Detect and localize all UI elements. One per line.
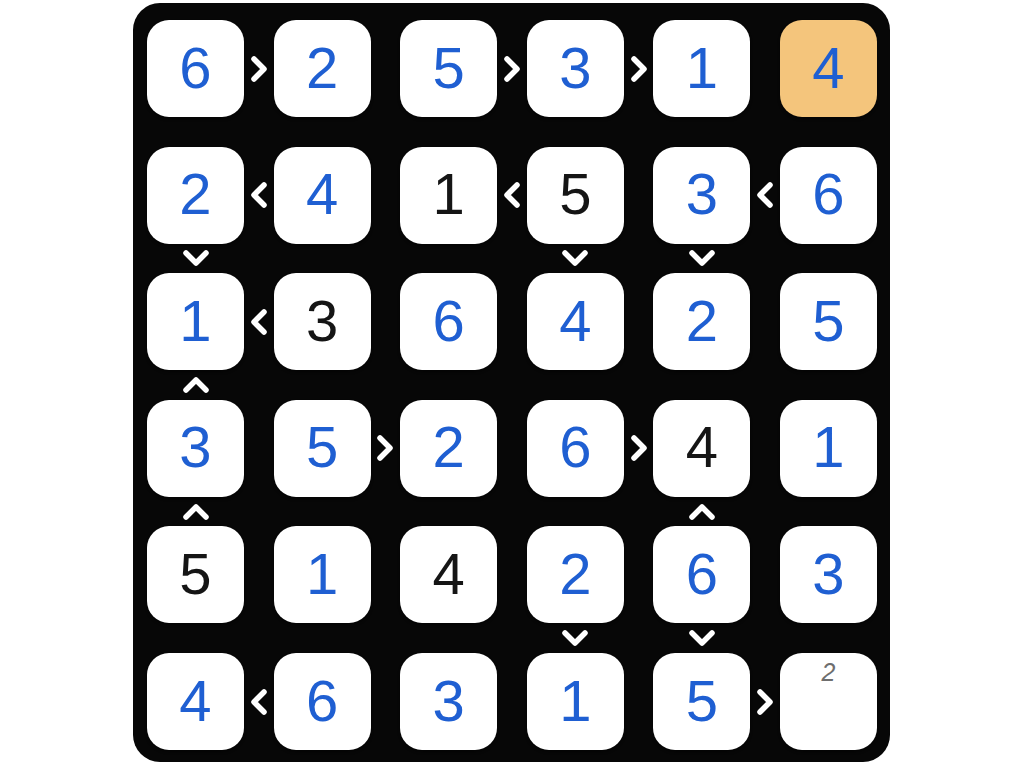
entered-digit: 4 bbox=[179, 672, 211, 732]
cell-r3c1[interactable]: 1 bbox=[147, 273, 244, 370]
cell-r1c2[interactable]: 2 bbox=[274, 20, 371, 117]
entered-digit: 4 bbox=[559, 292, 591, 352]
entered-digit: 6 bbox=[686, 545, 718, 605]
given-digit: 4 bbox=[686, 418, 718, 478]
cell-r4c5[interactable]: 4 bbox=[653, 400, 750, 497]
cell-r1c1[interactable]: 6 bbox=[147, 20, 244, 117]
cell-r6c2[interactable]: 6 bbox=[274, 653, 371, 750]
cell-r2c3[interactable]: 1 bbox=[400, 147, 497, 244]
entered-digit: 5 bbox=[812, 292, 844, 352]
cell-r2c5[interactable]: 3 bbox=[653, 147, 750, 244]
given-digit: 5 bbox=[559, 165, 591, 225]
cell-r5c2[interactable]: 1 bbox=[274, 526, 371, 623]
entered-digit: 3 bbox=[179, 418, 211, 478]
cell-r6c3[interactable]: 3 bbox=[400, 653, 497, 750]
cell-r4c6[interactable]: 1 bbox=[780, 400, 877, 497]
cell-r1c5[interactable]: 1 bbox=[653, 20, 750, 117]
cell-r5c6[interactable]: 3 bbox=[780, 526, 877, 623]
less-than-sign bbox=[756, 181, 774, 209]
up-chevron-sign bbox=[182, 376, 210, 394]
given-digit: 3 bbox=[306, 292, 338, 352]
greater-than-sign bbox=[503, 55, 521, 83]
given-digit: 1 bbox=[433, 165, 465, 225]
down-chevron-sign bbox=[688, 249, 716, 267]
entered-digit: 6 bbox=[179, 39, 211, 99]
cell-r3c5[interactable]: 2 bbox=[653, 273, 750, 370]
entered-digit: 2 bbox=[686, 292, 718, 352]
greater-than-sign bbox=[630, 55, 648, 83]
cell-r5c3[interactable]: 4 bbox=[400, 526, 497, 623]
entered-digit: 1 bbox=[306, 545, 338, 605]
entered-digit: 5 bbox=[306, 418, 338, 478]
up-chevron-sign bbox=[688, 503, 716, 521]
greater-than-sign bbox=[376, 434, 394, 462]
cell-r4c3[interactable]: 2 bbox=[400, 400, 497, 497]
up-chevron-sign bbox=[182, 503, 210, 521]
down-chevron-sign bbox=[561, 249, 589, 267]
entered-digit: 6 bbox=[559, 418, 591, 478]
cell-r4c1[interactable]: 3 bbox=[147, 400, 244, 497]
given-digit: 4 bbox=[433, 545, 465, 605]
entered-digit: 1 bbox=[812, 418, 844, 478]
entered-digit: 3 bbox=[559, 39, 591, 99]
cell-r4c4[interactable]: 6 bbox=[527, 400, 624, 497]
cell-r6c6[interactable]: 2 bbox=[780, 653, 877, 750]
entered-digit: 4 bbox=[812, 39, 844, 99]
given-digit: 5 bbox=[179, 545, 211, 605]
less-than-sign bbox=[250, 688, 268, 716]
cell-r2c2[interactable]: 4 bbox=[274, 147, 371, 244]
entered-digit: 3 bbox=[433, 672, 465, 732]
cell-r4c2[interactable]: 5 bbox=[274, 400, 371, 497]
cell-r3c3[interactable]: 6 bbox=[400, 273, 497, 370]
cell-r2c6[interactable]: 6 bbox=[780, 147, 877, 244]
greater-than-sign bbox=[630, 434, 648, 462]
entered-digit: 6 bbox=[306, 672, 338, 732]
down-chevron-sign bbox=[182, 249, 210, 267]
cell-r3c2[interactable]: 3 bbox=[274, 273, 371, 370]
entered-digit: 3 bbox=[686, 165, 718, 225]
futoshiki-board: 625314241536136425352641514263463152 bbox=[133, 3, 890, 762]
entered-digit: 6 bbox=[433, 292, 465, 352]
down-chevron-sign bbox=[561, 629, 589, 647]
cell-r2c1[interactable]: 2 bbox=[147, 147, 244, 244]
page: 625314241536136425352641514263463152 bbox=[0, 0, 1024, 772]
entered-digit: 5 bbox=[686, 672, 718, 732]
less-than-sign bbox=[250, 181, 268, 209]
greater-than-sign bbox=[250, 55, 268, 83]
less-than-sign bbox=[503, 181, 521, 209]
entered-digit: 1 bbox=[686, 39, 718, 99]
cell-r5c1[interactable]: 5 bbox=[147, 526, 244, 623]
down-chevron-sign bbox=[688, 629, 716, 647]
entered-digit: 6 bbox=[812, 165, 844, 225]
cell-r1c4[interactable]: 3 bbox=[527, 20, 624, 117]
entered-digit: 1 bbox=[559, 672, 591, 732]
cell-r1c3[interactable]: 5 bbox=[400, 20, 497, 117]
cell-r6c4[interactable]: 1 bbox=[527, 653, 624, 750]
entered-digit: 2 bbox=[559, 545, 591, 605]
cell-r3c4[interactable]: 4 bbox=[527, 273, 624, 370]
less-than-sign bbox=[250, 308, 268, 336]
entered-digit: 2 bbox=[433, 418, 465, 478]
cell-r5c4[interactable]: 2 bbox=[527, 526, 624, 623]
entered-digit: 4 bbox=[306, 165, 338, 225]
cell-r6c5[interactable]: 5 bbox=[653, 653, 750, 750]
entered-digit: 2 bbox=[306, 39, 338, 99]
entered-digit: 2 bbox=[179, 165, 211, 225]
greater-than-sign bbox=[756, 688, 774, 716]
cell-r3c6[interactable]: 5 bbox=[780, 273, 877, 370]
entered-digit: 5 bbox=[433, 39, 465, 99]
cell-r5c5[interactable]: 6 bbox=[653, 526, 750, 623]
cell-r6c1[interactable]: 4 bbox=[147, 653, 244, 750]
pencil-mark: 2 bbox=[822, 660, 836, 685]
cell-r1c6[interactable]: 4 bbox=[780, 20, 877, 117]
entered-digit: 1 bbox=[179, 292, 211, 352]
cell-r2c4[interactable]: 5 bbox=[527, 147, 624, 244]
entered-digit: 3 bbox=[812, 545, 844, 605]
